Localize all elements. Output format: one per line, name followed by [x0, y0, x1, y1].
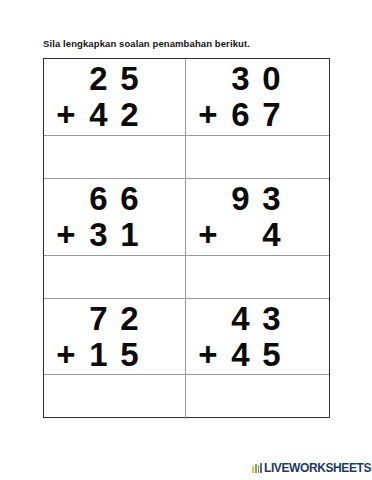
problem-1-top-tens: 2	[83, 61, 114, 97]
problem-1: 2 5 + 4 2	[49, 61, 145, 133]
problem-3-bottom-tens: 3	[83, 217, 114, 253]
answer-cell-4[interactable]	[186, 256, 329, 299]
problem-1-bottom-ones: 2	[114, 97, 145, 133]
answer-cell-2[interactable]	[186, 136, 329, 179]
problem-cell-3: 6 6 + 3 1	[44, 179, 186, 256]
plus-sign: +	[191, 97, 225, 133]
liveworksheets-logo: LIVEWORKSHEETS	[252, 461, 371, 474]
icon-bar-blue	[260, 463, 262, 473]
plus-sign: +	[191, 217, 225, 253]
problem-3: 6 6 + 3 1	[49, 181, 145, 253]
answer-cell-5[interactable]	[44, 375, 186, 419]
problem-5: 7 2 + 1 5	[49, 301, 145, 373]
liveworksheets-wordmark: LIVEWORKSHEETS	[264, 461, 371, 475]
problem-3-top-tens: 6	[83, 181, 114, 217]
liveworksheets-bars-icon	[252, 463, 262, 473]
problem-1-top-ones: 5	[114, 61, 145, 97]
problem-5-top-ones: 2	[114, 301, 145, 337]
problem-cell-2: 3 0 + 6 7	[186, 59, 329, 136]
problem-2-bottom-ones: 7	[256, 97, 287, 133]
problem-6-bottom-tens: 4	[225, 337, 256, 373]
problem-6: 4 3 + 4 5	[191, 301, 287, 373]
problem-1-bottom-tens: 4	[83, 97, 114, 133]
problem-6-bottom-ones: 5	[256, 337, 287, 373]
problem-4-bottom-ones: 4	[256, 217, 287, 253]
problem-6-top-ones: 3	[256, 301, 287, 337]
answer-cell-3[interactable]	[44, 256, 186, 299]
problem-cell-5: 7 2 + 1 5	[44, 299, 186, 375]
icon-bar-red	[258, 465, 260, 473]
problem-2-bottom-tens: 6	[225, 97, 256, 133]
problem-2: 3 0 + 6 7	[191, 61, 287, 133]
problem-4: 9 3 + 4	[191, 181, 287, 253]
problem-3-bottom-ones: 1	[114, 217, 145, 253]
plus-sign: +	[49, 217, 83, 253]
problem-4-top-tens: 9	[225, 181, 256, 217]
problem-4-bottom-tens	[225, 217, 256, 253]
problems-table: 2 5 + 4 2 3 0 + 6 7 6 6 + 3 1 9 3 +	[43, 58, 330, 418]
problem-cell-1: 2 5 + 4 2	[44, 59, 186, 136]
problem-5-top-tens: 7	[83, 301, 114, 337]
problem-2-top-ones: 0	[256, 61, 287, 97]
plus-sign: +	[49, 337, 83, 373]
problem-6-top-tens: 4	[225, 301, 256, 337]
problem-4-top-ones: 3	[256, 181, 287, 217]
worksheet-instruction: Sila lengkapkan soalan penambahan beriku…	[43, 38, 250, 49]
answer-cell-1[interactable]	[44, 136, 186, 179]
plus-sign: +	[191, 337, 225, 373]
problem-5-bottom-tens: 1	[83, 337, 114, 373]
problem-cell-6: 4 3 + 4 5	[186, 299, 329, 375]
answer-cell-6[interactable]	[186, 375, 329, 419]
problem-3-top-ones: 6	[114, 181, 145, 217]
icon-bar-green	[255, 464, 257, 473]
problem-2-top-tens: 3	[225, 61, 256, 97]
problem-5-bottom-ones: 5	[114, 337, 145, 373]
icon-bar-yellow	[252, 466, 254, 473]
plus-sign: +	[49, 97, 83, 133]
problem-cell-4: 9 3 + 4	[186, 179, 329, 256]
